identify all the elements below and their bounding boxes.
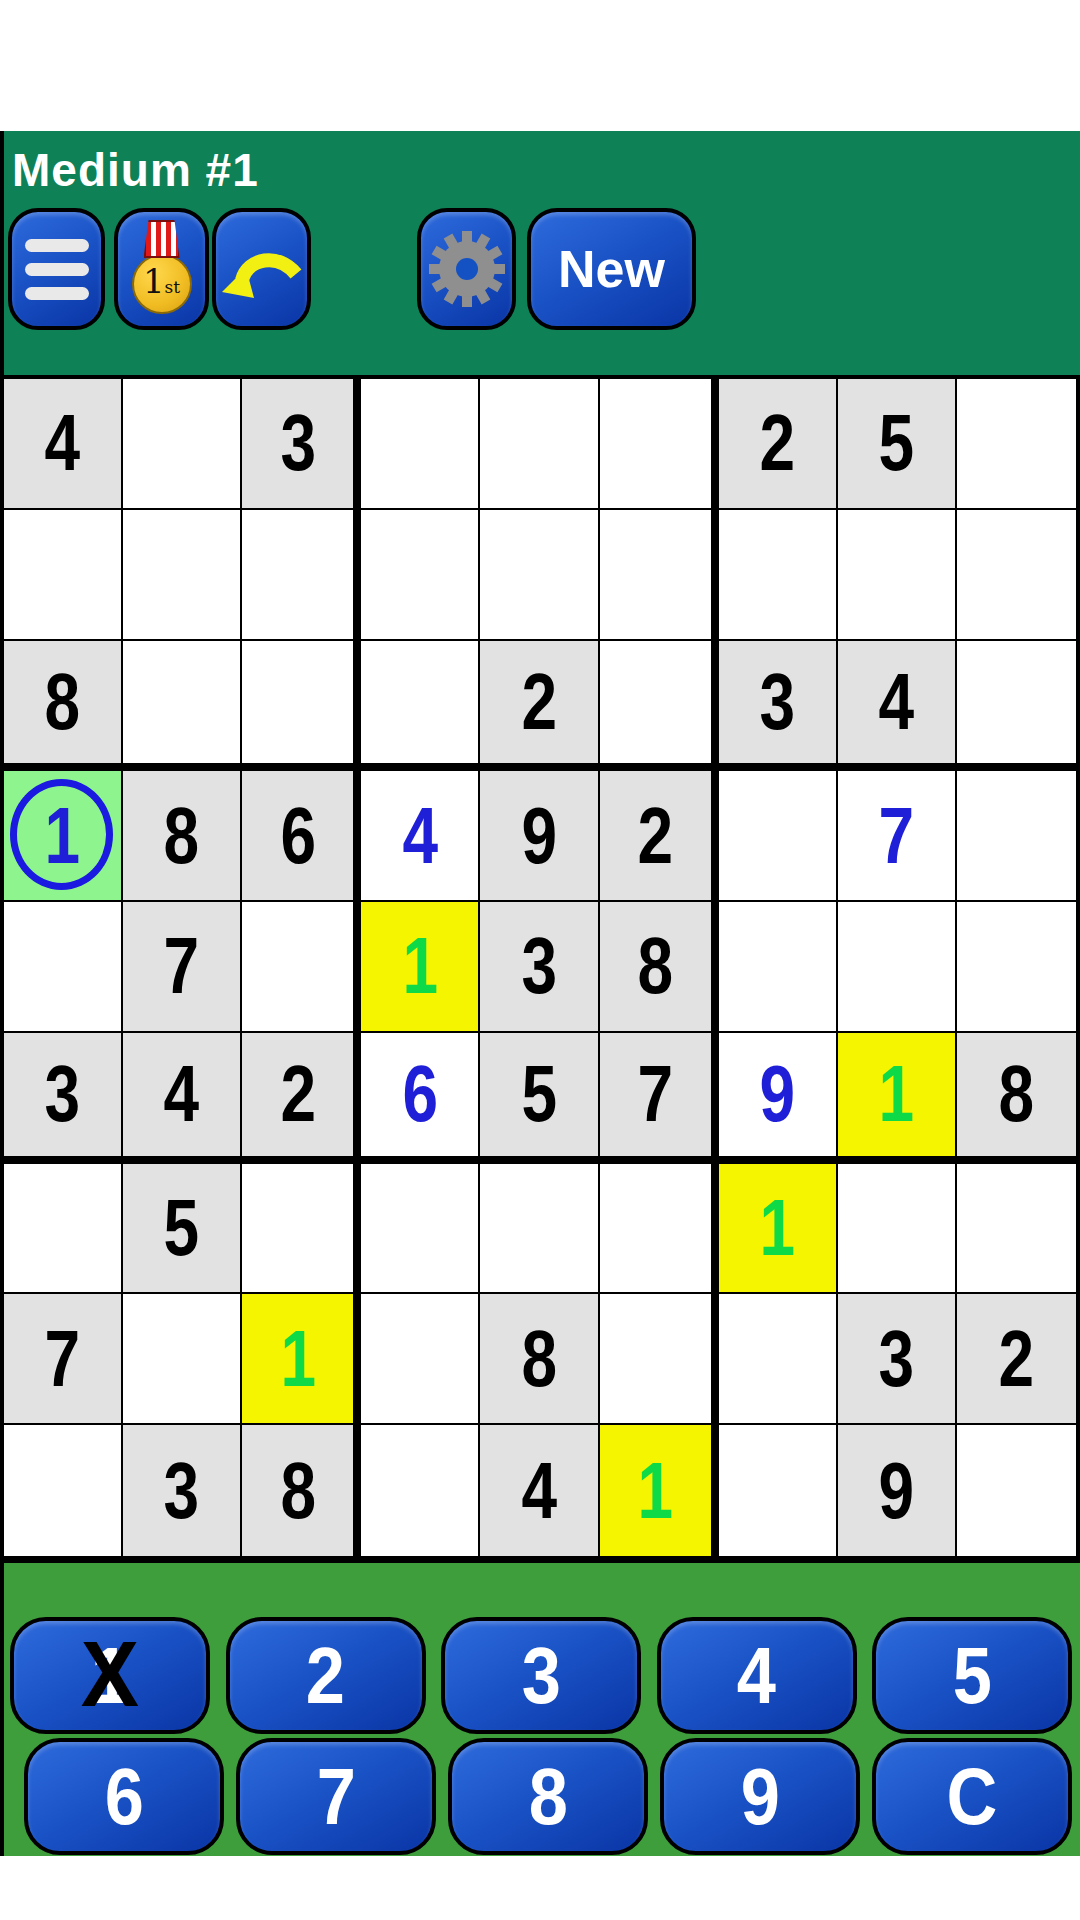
cell-digit: 4: [164, 1054, 200, 1134]
cell-digit: 1: [759, 1188, 795, 1268]
cell-r3c7[interactable]: 3: [719, 641, 838, 772]
cell-digit: 1: [280, 1319, 316, 1399]
app-screen: Medium #1 1st: [0, 0, 1080, 1920]
menu-button[interactable]: [8, 208, 105, 330]
cell-digit: 2: [999, 1319, 1035, 1399]
cell-digit: 4: [521, 1451, 557, 1531]
cell-digit: 1: [637, 1451, 673, 1531]
medal-1st-icon: 1st: [132, 220, 192, 314]
cell-digit: 3: [280, 403, 316, 483]
key-C[interactable]: C: [872, 1738, 1072, 1855]
cell-r5c6[interactable]: 8: [600, 902, 719, 1033]
cell-r1c4[interactable]: [361, 379, 480, 510]
settings-gear-icon: [425, 227, 509, 311]
cell-r6c1[interactable]: 3: [4, 1033, 123, 1164]
keypad: 1X2345 6789C: [0, 1563, 1080, 1856]
key-label: 9: [740, 1757, 779, 1837]
new-game-button[interactable]: New: [527, 208, 696, 330]
cell-digit: 4: [45, 403, 81, 483]
cell-r3c4[interactable]: [361, 641, 480, 772]
cell-r8c7[interactable]: [719, 1294, 838, 1425]
cell-r7c6[interactable]: [600, 1164, 719, 1295]
cell-r6c3[interactable]: 2: [242, 1033, 361, 1164]
key-label: 2: [306, 1636, 345, 1716]
cell-digit: 3: [164, 1451, 200, 1531]
cell-r7c1[interactable]: [4, 1164, 123, 1295]
cell-digit: 3: [45, 1054, 81, 1134]
undo-arrow-icon: [218, 236, 306, 302]
cell-r5c9[interactable]: [957, 902, 1076, 1033]
cell-digit: 8: [637, 926, 673, 1006]
cell-r4c1[interactable]: 1: [4, 771, 123, 902]
cell-r4c8[interactable]: 7: [838, 771, 957, 902]
key-5[interactable]: 5: [872, 1617, 1072, 1734]
cell-r5c1[interactable]: [4, 902, 123, 1033]
cell-r1c7[interactable]: 2: [719, 379, 838, 510]
cell-r8c5[interactable]: 8: [480, 1294, 599, 1425]
cell-r5c4[interactable]: 1: [361, 902, 480, 1033]
cell-r9c8[interactable]: 9: [838, 1425, 957, 1556]
key-9[interactable]: 9: [660, 1738, 860, 1855]
cell-r5c8[interactable]: [838, 902, 957, 1033]
cell-r1c1[interactable]: 4: [4, 379, 123, 510]
cell-r2c8[interactable]: [838, 510, 957, 641]
key-label: 8: [528, 1757, 567, 1837]
cell-digit: 9: [521, 796, 557, 876]
cell-r2c6[interactable]: [600, 510, 719, 641]
cell-r9c3[interactable]: 8: [242, 1425, 361, 1556]
cell-r7c3[interactable]: [242, 1164, 361, 1295]
cell-digit: 5: [879, 403, 915, 483]
cell-r1c2[interactable]: [123, 379, 242, 510]
puzzle-title: Medium #1: [12, 143, 259, 197]
cell-r5c5[interactable]: 3: [480, 902, 599, 1033]
cell-r5c7[interactable]: [719, 902, 838, 1033]
key-3[interactable]: 3: [441, 1617, 641, 1734]
cell-r4c9[interactable]: [957, 771, 1076, 902]
toolbar: 1st: [4, 208, 1080, 330]
cell-r5c2[interactable]: 7: [123, 902, 242, 1033]
cell-r8c1[interactable]: 7: [4, 1294, 123, 1425]
cell-r9c7[interactable]: [719, 1425, 838, 1556]
cell-digit: 3: [879, 1319, 915, 1399]
crossed-out-x-icon: X: [81, 1628, 139, 1720]
cell-r7c7[interactable]: 1: [719, 1164, 838, 1295]
keypad-row-2: 6789C: [4, 1738, 1080, 1855]
cell-r2c1[interactable]: [4, 510, 123, 641]
cell-r8c8[interactable]: 3: [838, 1294, 957, 1425]
cell-digit: 8: [45, 662, 81, 742]
cell-r3c3[interactable]: [242, 641, 361, 772]
cell-r8c3[interactable]: 1: [242, 1294, 361, 1425]
cell-digit: 2: [521, 662, 557, 742]
achievements-button[interactable]: 1st: [114, 208, 209, 330]
cell-r7c9[interactable]: [957, 1164, 1076, 1295]
cell-digit: 8: [999, 1054, 1035, 1134]
cell-r9c2[interactable]: 3: [123, 1425, 242, 1556]
key-2[interactable]: 2: [226, 1617, 426, 1734]
keypad-row-1: 1X2345: [4, 1617, 1080, 1734]
cell-r6c5[interactable]: 5: [480, 1033, 599, 1164]
cell-r7c2[interactable]: 5: [123, 1164, 242, 1295]
cell-digit: 9: [759, 1054, 795, 1134]
cell-digit: 3: [759, 662, 795, 742]
key-label: 7: [316, 1757, 355, 1837]
cell-r2c7[interactable]: [719, 510, 838, 641]
cell-r4c2[interactable]: 8: [123, 771, 242, 902]
cell-r9c4[interactable]: [361, 1425, 480, 1556]
cell-r3c5[interactable]: 2: [480, 641, 599, 772]
cell-r6c9[interactable]: 8: [957, 1033, 1076, 1164]
key-4[interactable]: 4: [657, 1617, 857, 1734]
cell-digit: 8: [521, 1319, 557, 1399]
hamburger-menu-icon: [25, 239, 89, 300]
cell-r1c9[interactable]: [957, 379, 1076, 510]
cell-r4c4[interactable]: 4: [361, 771, 480, 902]
cell-digit: 5: [521, 1054, 557, 1134]
medal-ribbon-icon: [144, 220, 180, 258]
cell-r8c4[interactable]: [361, 1294, 480, 1425]
cell-r2c5[interactable]: [480, 510, 599, 641]
cell-r3c6[interactable]: [600, 641, 719, 772]
cell-r7c5[interactable]: [480, 1164, 599, 1295]
cell-digit: 2: [759, 403, 795, 483]
bottom-white-area: [0, 1856, 1080, 1920]
medal-label: 1: [143, 264, 165, 298]
cell-r2c2[interactable]: [123, 510, 242, 641]
cell-r8c6[interactable]: [600, 1294, 719, 1425]
cell-digit: 2: [637, 796, 673, 876]
cell-r1c5[interactable]: [480, 379, 599, 510]
settings-button[interactable]: [417, 208, 516, 330]
cell-digit: 1: [879, 1054, 915, 1134]
cell-r8c2[interactable]: [123, 1294, 242, 1425]
new-game-label: New: [558, 239, 665, 299]
status-bar-area: [0, 0, 1080, 131]
cell-r4c5[interactable]: 9: [480, 771, 599, 902]
cell-digit: 4: [879, 662, 915, 742]
cell-r6c8[interactable]: 1: [838, 1033, 957, 1164]
cell-r3c8[interactable]: 4: [838, 641, 957, 772]
cell-r9c5[interactable]: 4: [480, 1425, 599, 1556]
cell-r7c8[interactable]: [838, 1164, 957, 1295]
undo-button[interactable]: [212, 208, 311, 330]
cell-digit: 6: [402, 1054, 438, 1134]
key-6[interactable]: 6: [24, 1738, 224, 1855]
cell-digit: 6: [280, 796, 316, 876]
key-label: 5: [952, 1636, 991, 1716]
key-8[interactable]: 8: [448, 1738, 648, 1855]
cell-r6c6[interactable]: 7: [600, 1033, 719, 1164]
cell-digit: 4: [402, 796, 438, 876]
cell-r3c1[interactable]: 8: [4, 641, 123, 772]
cell-r6c7[interactable]: 9: [719, 1033, 838, 1164]
cell-r1c8[interactable]: 5: [838, 379, 957, 510]
cell-digit: 7: [45, 1319, 81, 1399]
cell-digit: 8: [280, 1451, 316, 1531]
cell-r9c1[interactable]: [4, 1425, 123, 1556]
cell-digit: 2: [280, 1054, 316, 1134]
cell-r4c7[interactable]: [719, 771, 838, 902]
header: Medium #1 1st: [0, 131, 1080, 375]
cell-r5c3[interactable]: [242, 902, 361, 1033]
cell-digit: 5: [164, 1188, 200, 1268]
cell-r1c3[interactable]: 3: [242, 379, 361, 510]
cell-digit: 3: [521, 926, 557, 1006]
cell-r1c6[interactable]: [600, 379, 719, 510]
cell-r9c9[interactable]: [957, 1425, 1076, 1556]
cell-digit: 7: [637, 1054, 673, 1134]
cell-digit: 7: [164, 926, 200, 1006]
cell-r2c4[interactable]: [361, 510, 480, 641]
cell-r4c3[interactable]: 6: [242, 771, 361, 902]
cell-r3c2[interactable]: [123, 641, 242, 772]
key-1[interactable]: 1X: [10, 1617, 210, 1734]
key-7[interactable]: 7: [236, 1738, 436, 1855]
cell-r2c3[interactable]: [242, 510, 361, 641]
key-label: 4: [737, 1636, 776, 1716]
selection-circle: [10, 779, 113, 890]
cell-r3c9[interactable]: [957, 641, 1076, 772]
cell-r6c4[interactable]: 6: [361, 1033, 480, 1164]
key-label: C: [947, 1757, 998, 1837]
cell-r8c9[interactable]: 2: [957, 1294, 1076, 1425]
cell-digit: 7: [879, 796, 915, 876]
cell-r7c4[interactable]: [361, 1164, 480, 1295]
cell-r9c6[interactable]: 1: [600, 1425, 719, 1556]
cell-r2c9[interactable]: [957, 510, 1076, 641]
cell-r6c2[interactable]: 4: [123, 1033, 242, 1164]
cell-digit: 1: [402, 926, 438, 1006]
sudoku-board: 4325823418649277138342657918517183238419: [0, 375, 1080, 1563]
cell-r4c6[interactable]: 2: [600, 771, 719, 902]
cell-digit: 9: [879, 1451, 915, 1531]
cell-digit: 8: [164, 796, 200, 876]
key-label: 6: [104, 1757, 143, 1837]
key-label: 3: [521, 1636, 560, 1716]
